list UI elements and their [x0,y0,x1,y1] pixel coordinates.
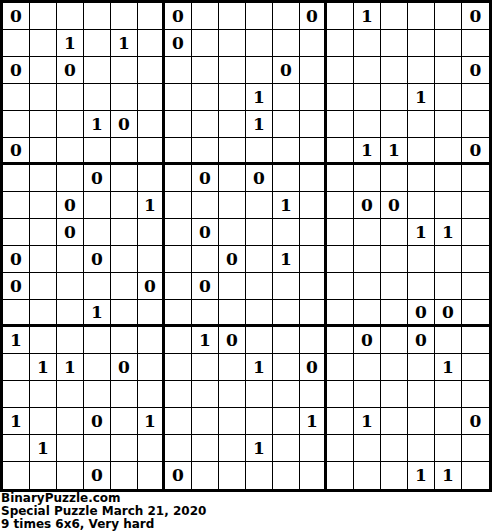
cell-r7c4[interactable] [111,192,138,219]
cell-r7c10: 1 [273,192,300,219]
cell-r7c7[interactable] [192,192,219,219]
cell-r10c7: 0 [192,273,219,300]
cell-r13c0[interactable] [3,354,30,381]
cell-r10c12[interactable] [327,273,354,300]
cell-r15c10[interactable] [273,408,300,435]
cell-r3c8[interactable] [219,84,246,111]
cell-r14c8[interactable] [219,381,246,408]
cell-r11c17[interactable] [462,300,489,327]
cell-r9c17[interactable] [462,246,489,273]
cell-r11c4[interactable] [111,300,138,327]
cell-r15c15[interactable] [408,408,435,435]
cell-r2c17: 0 [462,57,489,84]
cell-r8c1[interactable] [30,219,57,246]
cell-r5c16[interactable] [435,138,462,165]
cell-r15c13: 1 [354,408,381,435]
cell-r14c14[interactable] [381,381,408,408]
cell-r6c0[interactable] [3,165,30,192]
cell-r10c6[interactable] [165,273,192,300]
cell-r3c9: 1 [246,84,273,111]
cell-r5c9[interactable] [246,138,273,165]
cell-r8c3[interactable] [84,219,111,246]
cell-r2c12[interactable] [327,57,354,84]
cell-r12c13: 0 [354,327,381,354]
cell-r10c11[interactable] [300,273,327,300]
cell-r2c8[interactable] [219,57,246,84]
cell-r17c0[interactable] [3,462,30,489]
cell-r17c17[interactable] [462,462,489,489]
cell-r6c4[interactable] [111,165,138,192]
cell-r15c5: 1 [138,408,165,435]
cell-r9c11[interactable] [300,246,327,273]
cell-r16c10[interactable] [273,435,300,462]
cell-r0c10[interactable] [273,3,300,30]
cell-r16c17[interactable] [462,435,489,462]
cell-r15c0: 1 [3,408,30,435]
cell-r15c8[interactable] [219,408,246,435]
cell-r9c10: 1 [273,246,300,273]
cell-r12c0: 1 [3,327,30,354]
cell-r16c12[interactable] [327,435,354,462]
cell-r6c6[interactable] [165,165,192,192]
cell-r11c10[interactable] [273,300,300,327]
cell-r7c15[interactable] [408,192,435,219]
cell-r8c9[interactable] [246,219,273,246]
cell-r2c6[interactable] [165,57,192,84]
cell-r0c14[interactable] [381,3,408,30]
cell-r8c10[interactable] [273,219,300,246]
cell-r12c11[interactable] [300,327,327,354]
cell-r2c9[interactable] [246,57,273,84]
cell-r13c15[interactable] [408,354,435,381]
cell-r15c1[interactable] [30,408,57,435]
cell-r14c7[interactable] [192,381,219,408]
cell-r16c8[interactable] [219,435,246,462]
cell-r8c4[interactable] [111,219,138,246]
cell-r3c3[interactable] [84,84,111,111]
cell-r3c13[interactable] [354,84,381,111]
cell-r10c15[interactable] [408,273,435,300]
cell-r4c17[interactable] [462,111,489,138]
cell-r14c4[interactable] [111,381,138,408]
cell-r12c10[interactable] [273,327,300,354]
cell-r16c13[interactable] [354,435,381,462]
cell-r14c10[interactable] [273,381,300,408]
cell-r4c3: 1 [84,111,111,138]
cell-r1c13[interactable] [354,30,381,57]
cell-r9c14[interactable] [381,246,408,273]
cell-r15c16[interactable] [435,408,462,435]
cell-r9c15[interactable] [408,246,435,273]
cell-r4c11[interactable] [300,111,327,138]
cell-r1c7[interactable] [192,30,219,57]
cell-r0c9[interactable] [246,3,273,30]
cell-r1c2: 1 [57,30,84,57]
cell-r9c12[interactable] [327,246,354,273]
cell-r3c11[interactable] [300,84,327,111]
cell-r10c17[interactable] [462,273,489,300]
cell-r0c0: 0 [3,3,30,30]
cell-r12c16[interactable] [435,327,462,354]
cell-r13c8[interactable] [219,354,246,381]
cell-r13c12[interactable] [327,354,354,381]
cell-r5c7[interactable] [192,138,219,165]
cell-r6c1[interactable] [30,165,57,192]
cell-r16c4[interactable] [111,435,138,462]
cell-r5c1[interactable] [30,138,57,165]
cell-r11c0[interactable] [3,300,30,327]
cell-r9c2[interactable] [57,246,84,273]
cell-r2c16[interactable] [435,57,462,84]
cell-r5c12[interactable] [327,138,354,165]
cell-r11c2[interactable] [57,300,84,327]
cell-r17c13[interactable] [354,462,381,489]
cell-r8c12[interactable] [327,219,354,246]
cell-r1c15[interactable] [408,30,435,57]
cell-r14c2[interactable] [57,381,84,408]
cell-r7c17[interactable] [462,192,489,219]
cell-r6c8[interactable] [219,165,246,192]
cell-r3c14[interactable] [381,84,408,111]
cell-r17c14[interactable] [381,462,408,489]
cell-r11c12[interactable] [327,300,354,327]
cell-r7c12[interactable] [327,192,354,219]
cell-r9c5[interactable] [138,246,165,273]
cell-r4c6[interactable] [165,111,192,138]
cell-r3c7[interactable] [192,84,219,111]
cell-r7c14: 0 [381,192,408,219]
cell-r3c17[interactable] [462,84,489,111]
cell-r0c5[interactable] [138,3,165,30]
cell-r7c6[interactable] [165,192,192,219]
cell-r11c16: 0 [435,300,462,327]
cell-r17c4[interactable] [111,462,138,489]
cell-r10c1[interactable] [30,273,57,300]
cell-r2c2: 0 [57,57,84,84]
cell-r6c11[interactable] [300,165,327,192]
cell-r9c0: 0 [3,246,30,273]
cell-r4c13[interactable] [354,111,381,138]
cell-r10c10[interactable] [273,273,300,300]
cell-r9c6[interactable] [165,246,192,273]
cell-r13c7[interactable] [192,354,219,381]
cell-r10c8[interactable] [219,273,246,300]
cell-r4c8[interactable] [219,111,246,138]
cell-r8c0[interactable] [3,219,30,246]
cell-r16c15[interactable] [408,435,435,462]
cell-r4c7[interactable] [192,111,219,138]
cell-r10c4[interactable] [111,273,138,300]
cell-r8c6[interactable] [165,219,192,246]
cell-r11c1[interactable] [30,300,57,327]
cell-r12c4[interactable] [111,327,138,354]
cell-r16c6[interactable] [165,435,192,462]
cell-r4c15[interactable] [408,111,435,138]
cell-r9c9[interactable] [246,246,273,273]
cell-r16c16[interactable] [435,435,462,462]
cell-r16c14[interactable] [381,435,408,462]
cell-r12c12[interactable] [327,327,354,354]
cell-r16c9: 1 [246,435,273,462]
cell-r12c14[interactable] [381,327,408,354]
cell-r0c2[interactable] [57,3,84,30]
cell-r17c6: 0 [165,462,192,489]
cell-r10c2[interactable] [57,273,84,300]
cell-r13c14[interactable] [381,354,408,381]
cell-r5c2[interactable] [57,138,84,165]
cell-r4c10[interactable] [273,111,300,138]
cell-r1c9[interactable] [246,30,273,57]
cell-r5c15[interactable] [408,138,435,165]
cell-r0c15[interactable] [408,3,435,30]
cell-r17c5[interactable] [138,462,165,489]
cell-r1c16[interactable] [435,30,462,57]
cell-r16c2[interactable] [57,435,84,462]
cell-r1c8[interactable] [219,30,246,57]
cell-r15c2[interactable] [57,408,84,435]
cell-r16c0[interactable] [3,435,30,462]
cell-r8c16: 1 [435,219,462,246]
cell-r0c6: 0 [165,3,192,30]
cell-r6c12[interactable] [327,165,354,192]
cell-r12c9[interactable] [246,327,273,354]
cell-r13c4: 0 [111,354,138,381]
cell-r7c11[interactable] [300,192,327,219]
cell-r2c11[interactable] [300,57,327,84]
cell-r5c8[interactable] [219,138,246,165]
cell-r16c5[interactable] [138,435,165,462]
cell-r16c11[interactable] [300,435,327,462]
cell-r1c0[interactable] [3,30,30,57]
cell-r13c5[interactable] [138,354,165,381]
cell-r7c1[interactable] [30,192,57,219]
cell-r7c3[interactable] [84,192,111,219]
cell-r15c4[interactable] [111,408,138,435]
cell-r2c15[interactable] [408,57,435,84]
cell-r12c2[interactable] [57,327,84,354]
cell-r15c12[interactable] [327,408,354,435]
cell-r11c15: 0 [408,300,435,327]
cell-r5c4[interactable] [111,138,138,165]
cell-r1c10[interactable] [273,30,300,57]
cell-r4c14[interactable] [381,111,408,138]
cell-r1c3[interactable] [84,30,111,57]
cell-r8c14[interactable] [381,219,408,246]
cell-r14c3[interactable] [84,381,111,408]
cell-r15c3: 0 [84,408,111,435]
cell-r17c10[interactable] [273,462,300,489]
cell-r6c13[interactable] [354,165,381,192]
cell-r17c7[interactable] [192,462,219,489]
cell-r12c17[interactable] [462,327,489,354]
cell-r0c4[interactable] [111,3,138,30]
cell-r4c1[interactable] [30,111,57,138]
cell-r3c4[interactable] [111,84,138,111]
cell-r12c3[interactable] [84,327,111,354]
cell-r12c6[interactable] [165,327,192,354]
cell-r3c1[interactable] [30,84,57,111]
cell-r6c3: 0 [84,165,111,192]
cell-r13c6[interactable] [165,354,192,381]
cell-r11c5[interactable] [138,300,165,327]
cell-r16c7[interactable] [192,435,219,462]
cell-r1c12[interactable] [327,30,354,57]
cell-r4c2[interactable] [57,111,84,138]
cell-r6c2[interactable] [57,165,84,192]
cell-r2c5[interactable] [138,57,165,84]
cell-r9c7[interactable] [192,246,219,273]
cell-r13c16: 1 [435,354,462,381]
cell-r2c14[interactable] [381,57,408,84]
cell-r6c14[interactable] [381,165,408,192]
cell-r9c4[interactable] [111,246,138,273]
cell-r14c13[interactable] [354,381,381,408]
cell-r12c7: 1 [192,327,219,354]
cell-r17c9[interactable] [246,462,273,489]
cell-r14c5[interactable] [138,381,165,408]
cell-r3c16[interactable] [435,84,462,111]
cell-r4c9: 1 [246,111,273,138]
cell-r5c5[interactable] [138,138,165,165]
cell-r13c3[interactable] [84,354,111,381]
cell-r8c2: 0 [57,219,84,246]
cell-r5c3[interactable] [84,138,111,165]
cell-r4c0[interactable] [3,111,30,138]
cell-r2c0: 0 [3,57,30,84]
cell-r0c1[interactable] [30,3,57,30]
cell-r10c14[interactable] [381,273,408,300]
cell-r10c3[interactable] [84,273,111,300]
cell-r8c11[interactable] [300,219,327,246]
cell-r17c2[interactable] [57,462,84,489]
cell-r7c16[interactable] [435,192,462,219]
cell-r13c11: 0 [300,354,327,381]
cell-r15c6[interactable] [165,408,192,435]
cell-r3c12[interactable] [327,84,354,111]
cell-r3c15: 1 [408,84,435,111]
cell-r13c10[interactable] [273,354,300,381]
cell-r2c7[interactable] [192,57,219,84]
cell-r12c5[interactable] [138,327,165,354]
cell-r5c0: 0 [3,138,30,165]
cell-r12c1[interactable] [30,327,57,354]
cell-r10c16[interactable] [435,273,462,300]
cell-r9c8: 0 [219,246,246,273]
cell-r11c8[interactable] [219,300,246,327]
cell-r8c7: 0 [192,219,219,246]
cell-r6c16[interactable] [435,165,462,192]
cell-r1c17[interactable] [462,30,489,57]
cell-r5c11[interactable] [300,138,327,165]
cell-r9c1[interactable] [30,246,57,273]
cell-r3c2[interactable] [57,84,84,111]
cell-r4c4: 0 [111,111,138,138]
cell-r0c13: 1 [354,3,381,30]
cell-r0c16[interactable] [435,3,462,30]
cell-r5c6[interactable] [165,138,192,165]
cell-r14c11[interactable] [300,381,327,408]
cell-r7c9[interactable] [246,192,273,219]
cell-r15c7[interactable] [192,408,219,435]
cell-r14c15[interactable] [408,381,435,408]
cell-r11c6[interactable] [165,300,192,327]
cell-r2c4[interactable] [111,57,138,84]
cell-r15c9[interactable] [246,408,273,435]
cell-r7c8[interactable] [219,192,246,219]
cell-r17c1[interactable] [30,462,57,489]
cell-r0c3[interactable] [84,3,111,30]
cell-r14c16[interactable] [435,381,462,408]
cell-r7c5: 1 [138,192,165,219]
cell-r8c13[interactable] [354,219,381,246]
cell-r7c0[interactable] [3,192,30,219]
cell-r6c17[interactable] [462,165,489,192]
cell-r2c1[interactable] [30,57,57,84]
cell-r14c0[interactable] [3,381,30,408]
cell-r1c1[interactable] [30,30,57,57]
cell-r10c9[interactable] [246,273,273,300]
cell-r16c3[interactable] [84,435,111,462]
cell-r14c17[interactable] [462,381,489,408]
cell-r14c9[interactable] [246,381,273,408]
cell-r0c11: 0 [300,3,327,30]
cell-r8c5[interactable] [138,219,165,246]
cell-r11c9[interactable] [246,300,273,327]
cell-r0c7[interactable] [192,3,219,30]
cell-r11c7[interactable] [192,300,219,327]
cell-r5c10[interactable] [273,138,300,165]
cell-r4c16[interactable] [435,111,462,138]
cell-r0c8[interactable] [219,3,246,30]
cell-r8c8[interactable] [219,219,246,246]
cell-r10c13[interactable] [354,273,381,300]
cell-r14c12[interactable] [327,381,354,408]
cell-r6c5[interactable] [138,165,165,192]
cell-r3c5[interactable] [138,84,165,111]
cell-r3c0[interactable] [3,84,30,111]
cell-r9c16[interactable] [435,246,462,273]
cell-r2c3[interactable] [84,57,111,84]
cell-r13c13[interactable] [354,354,381,381]
cell-r13c17[interactable] [462,354,489,381]
cell-r14c1[interactable] [30,381,57,408]
cell-r11c11[interactable] [300,300,327,327]
cell-r9c13[interactable] [354,246,381,273]
cell-r3c10[interactable] [273,84,300,111]
cell-r1c11[interactable] [300,30,327,57]
cell-r2c13[interactable] [354,57,381,84]
cell-r8c17[interactable] [462,219,489,246]
cell-r11c14[interactable] [381,300,408,327]
cell-r10c5: 0 [138,273,165,300]
cell-r0c12[interactable] [327,3,354,30]
cell-r1c14[interactable] [381,30,408,57]
cell-r4c12[interactable] [327,111,354,138]
cell-r4c5[interactable] [138,111,165,138]
cell-r1c5[interactable] [138,30,165,57]
cell-r6c9: 0 [246,165,273,192]
cell-r14c6[interactable] [165,381,192,408]
cell-r15c14[interactable] [381,408,408,435]
cell-r10c0: 0 [3,273,30,300]
cell-r17c11[interactable] [300,462,327,489]
cell-r17c12[interactable] [327,462,354,489]
cell-r6c15[interactable] [408,165,435,192]
cell-r6c10[interactable] [273,165,300,192]
cell-r17c8[interactable] [219,462,246,489]
cell-r3c6[interactable] [165,84,192,111]
cell-r11c13[interactable] [354,300,381,327]
